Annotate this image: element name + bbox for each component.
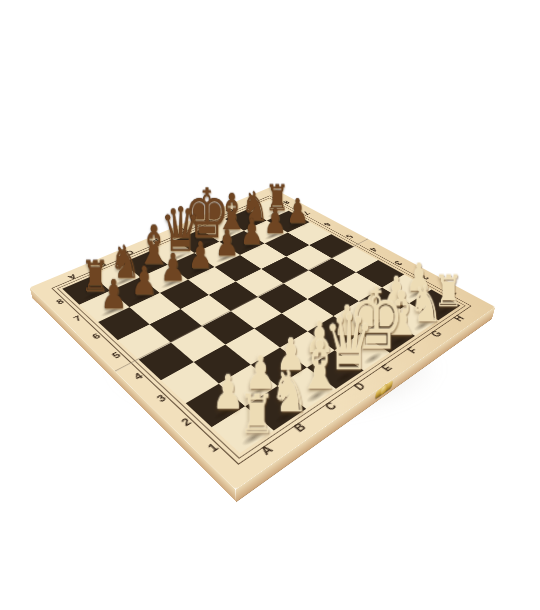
white-rook: ♜ xyxy=(238,389,274,441)
black-pawn: ♟ xyxy=(100,276,127,314)
black-pawn: ♟ xyxy=(240,215,264,248)
black-pawn: ♟ xyxy=(264,205,287,238)
product-photo-canvas: ♜♞♝♛♚♝♞♜♟♟♟♟♟♟♟♟♟♟♟♟♟♟♟♟♜♞♝♛♚♝♞♜ AA11BB2… xyxy=(0,0,540,610)
black-pawn: ♟ xyxy=(215,226,239,260)
black-pawn: ♟ xyxy=(160,249,185,285)
white-knight: ♞ xyxy=(270,363,309,418)
black-pawn: ♟ xyxy=(188,237,213,272)
black-pawn: ♟ xyxy=(131,262,157,299)
